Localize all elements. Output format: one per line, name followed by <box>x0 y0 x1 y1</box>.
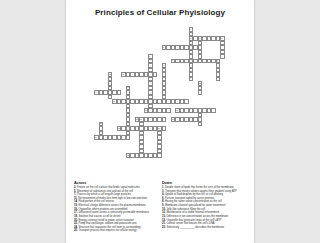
clue-number: 5 <box>163 46 164 48</box>
grid-cell[interactable] <box>198 122 203 127</box>
clue-number: 4 <box>221 37 222 39</box>
grid-cell[interactable] <box>216 77 221 82</box>
clue-number: 22 <box>118 127 120 129</box>
page-title: Principles of Cellular Phyisiology <box>66 8 254 17</box>
clue-number: 25 <box>127 154 129 156</box>
grid-cell[interactable] <box>166 108 171 113</box>
grid-cell[interactable] <box>184 99 189 104</box>
grid-cell[interactable] <box>117 90 122 95</box>
clue: 25. Transport process that requires no c… <box>74 229 158 232</box>
grid-cell[interactable] <box>189 77 194 82</box>
clue-number: 7 <box>172 59 173 61</box>
clue-number: 18 <box>136 118 138 120</box>
grid-cell[interactable] <box>157 153 162 158</box>
clue-number: 14 <box>95 91 97 93</box>
clue-number: 9 <box>163 64 164 66</box>
clue-number: 12 <box>199 82 201 84</box>
blocked-cell <box>225 153 230 158</box>
grid-cell[interactable] <box>153 72 158 77</box>
clue-number: 13 <box>127 86 129 88</box>
clue-number: 24 <box>95 136 97 138</box>
clue-number: 2 <box>190 37 191 39</box>
down-clue-list: 1. Double sheet of lipids that forms the… <box>162 186 250 229</box>
clue-number: 23 <box>158 127 160 129</box>
clue-number: 15 <box>113 100 115 102</box>
down-clues-section: Down 1. Double sheet of lipids that form… <box>162 181 250 243</box>
across-clues-section: Across 2. Protein on the cell surface th… <box>74 181 158 243</box>
grid-cell[interactable] <box>126 135 131 140</box>
clue-number: 3 <box>199 37 200 39</box>
grid-cell[interactable] <box>198 90 203 95</box>
across-clue-list: 2. Protein on the cell surface that bind… <box>74 186 158 233</box>
clue-number: 17 <box>176 109 178 111</box>
clue-number: 19 <box>140 118 142 120</box>
clue-number: 11 <box>122 73 124 75</box>
clue-number: 1 <box>190 28 191 30</box>
clue-number: 16 <box>145 109 147 111</box>
clue: 23. Selectively __________ describes the… <box>162 226 250 229</box>
clue-number: 10 <box>109 73 111 75</box>
grid-cell[interactable] <box>211 108 216 113</box>
clue-number: 20 <box>172 118 174 120</box>
across-header: Across <box>74 181 158 185</box>
grid-cell[interactable] <box>220 54 225 59</box>
grid-cell[interactable] <box>162 117 167 122</box>
clue-number: 21 <box>100 122 102 124</box>
clue-number: 8 <box>217 59 218 61</box>
clue-number: 6 <box>149 55 150 57</box>
down-header: Down <box>162 181 250 185</box>
grid-cell[interactable] <box>162 126 167 131</box>
crossword-grid: 1234567891011121314151617181920212223242… <box>94 27 229 158</box>
crossword-page: Principles of Cellular Phyisiology 12345… <box>66 0 254 243</box>
